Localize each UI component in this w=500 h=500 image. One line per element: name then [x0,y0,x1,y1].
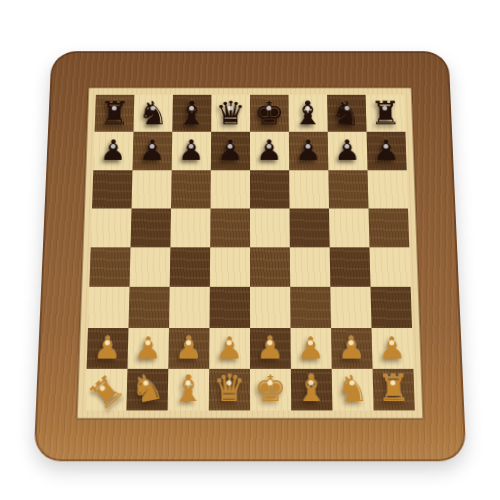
square-b2[interactable]: ♟ [127,328,169,369]
square-d3[interactable] [209,287,250,327]
white-knight-b1[interactable]: ♞ [128,368,166,410]
black-pawn-b7[interactable]: ♟ [139,137,166,165]
white-pawn-e2[interactable]: ♟ [257,333,284,364]
white-pawn-c2[interactable]: ♟ [175,333,203,364]
square-h3[interactable] [370,287,412,327]
chess-set: ♜♞♝♛♚♝♞♜♟♟♟♟♟♟♟♟♟♟♟♟♟♟♟♟♜♞♝♛♚♝♞♜ [34,51,467,461]
black-king-e8[interactable]: ♚ [254,97,285,129]
square-f4[interactable] [290,247,330,287]
square-e2[interactable]: ♟ [250,328,291,369]
square-a5[interactable] [91,208,132,247]
black-knight-b8[interactable]: ♞ [138,97,169,129]
square-c1[interactable]: ♝ [168,369,210,411]
square-a4[interactable] [89,247,130,287]
square-h5[interactable] [368,208,409,247]
square-f3[interactable] [290,287,331,327]
white-rook-h1[interactable]: ♜ [377,371,410,407]
square-e4[interactable] [250,247,290,287]
square-b1[interactable]: ♞ [126,369,168,411]
white-queen-d1[interactable]: ♛ [213,371,245,407]
black-bishop-f8[interactable]: ♝ [293,97,324,129]
square-a8[interactable]: ♜ [95,95,135,132]
square-g8[interactable]: ♞ [327,95,366,132]
square-b6[interactable] [132,170,172,208]
white-pawn-b2[interactable]: ♟ [134,333,162,364]
square-d5[interactable] [210,208,250,247]
white-pawn-h2[interactable]: ♟ [378,333,406,364]
white-pawn-g2[interactable]: ♟ [338,333,366,364]
square-e3[interactable] [250,287,291,327]
square-b3[interactable] [128,287,169,327]
square-e6[interactable] [250,170,289,208]
white-knight-g1[interactable]: ♞ [336,371,369,407]
square-a3[interactable] [88,287,130,327]
square-c3[interactable] [169,287,210,327]
square-g3[interactable] [330,287,371,327]
square-e1[interactable]: ♚ [250,369,291,411]
square-b5[interactable] [131,208,171,247]
square-a2[interactable]: ♟ [87,328,129,369]
square-g6[interactable] [328,170,368,208]
black-queen-d8[interactable]: ♛ [215,97,246,129]
black-pawn-a7[interactable]: ♟ [100,137,127,165]
black-pawn-d7[interactable]: ♟ [217,137,243,165]
white-rook-a1[interactable]: ♜ [83,369,131,418]
square-g4[interactable] [330,247,371,287]
square-c7[interactable]: ♟ [172,132,211,170]
square-a6[interactable] [92,170,132,208]
square-g7[interactable]: ♟ [328,132,368,170]
square-g2[interactable]: ♟ [331,328,373,369]
white-pawn-a2[interactable]: ♟ [93,333,121,364]
black-knight-g8[interactable]: ♞ [330,95,364,131]
square-e5[interactable] [250,208,290,247]
square-e7[interactable]: ♟ [250,132,289,170]
square-c5[interactable] [170,208,210,247]
square-f8[interactable]: ♝ [289,95,328,132]
square-a1[interactable]: ♜ [85,369,127,411]
square-f2[interactable]: ♟ [291,328,332,369]
square-f6[interactable] [289,170,329,208]
black-pawn-e7[interactable]: ♟ [256,137,282,165]
square-b7[interactable]: ♟ [132,132,172,170]
square-g5[interactable] [329,208,369,247]
chessboard: ♜♞♝♛♚♝♞♜♟♟♟♟♟♟♟♟♟♟♟♟♟♟♟♟♜♞♝♛♚♝♞♜ [85,95,415,411]
white-bishop-c1[interactable]: ♝ [172,371,205,407]
square-h1[interactable]: ♜ [373,369,415,411]
maple-border-strip: ♜♞♝♛♚♝♞♜♟♟♟♟♟♟♟♟♟♟♟♟♟♟♟♟♜♞♝♛♚♝♞♜ [77,87,424,418]
square-d4[interactable] [210,247,250,287]
black-pawn-g7[interactable]: ♟ [334,137,361,165]
square-c6[interactable] [171,170,211,208]
square-h8[interactable]: ♜ [366,95,406,132]
white-bishop-f1[interactable]: ♝ [295,371,328,407]
square-e8[interactable]: ♚ [250,95,289,132]
square-d2[interactable]: ♟ [209,328,250,369]
white-king-e1[interactable]: ♚ [254,371,286,407]
square-f1[interactable]: ♝ [291,369,333,411]
black-rook-a8[interactable]: ♜ [99,97,130,129]
square-c8[interactable]: ♝ [172,95,211,132]
black-pawn-c7[interactable]: ♟ [178,137,205,165]
square-h6[interactable] [368,170,408,208]
square-d1[interactable]: ♛ [209,369,250,411]
square-d6[interactable] [211,170,250,208]
square-b4[interactable] [130,247,171,287]
square-b8[interactable]: ♞ [133,95,172,132]
black-pawn-f7[interactable]: ♟ [295,137,322,165]
black-pawn-h7[interactable]: ♟ [373,137,400,165]
square-c2[interactable]: ♟ [168,328,209,369]
square-f5[interactable] [289,208,329,247]
board-frame: ♜♞♝♛♚♝♞♜♟♟♟♟♟♟♟♟♟♟♟♟♟♟♟♟♜♞♝♛♚♝♞♜ [34,51,467,461]
black-rook-h8[interactable]: ♜ [370,97,401,129]
square-f7[interactable]: ♟ [289,132,328,170]
square-h4[interactable] [369,247,410,287]
square-c4[interactable] [170,247,210,287]
square-h7[interactable]: ♟ [367,132,407,170]
white-pawn-d2[interactable]: ♟ [216,333,243,364]
square-h2[interactable]: ♟ [372,328,414,369]
square-g1[interactable]: ♞ [332,369,374,411]
black-bishop-c8[interactable]: ♝ [177,97,208,129]
square-a7[interactable]: ♟ [93,132,133,170]
white-pawn-f2[interactable]: ♟ [297,333,325,364]
product-photo: ♜♞♝♛♚♝♞♜♟♟♟♟♟♟♟♟♟♟♟♟♟♟♟♟♜♞♝♛♚♝♞♜ [0,0,500,500]
square-d8[interactable]: ♛ [211,95,250,132]
square-d7[interactable]: ♟ [211,132,250,170]
